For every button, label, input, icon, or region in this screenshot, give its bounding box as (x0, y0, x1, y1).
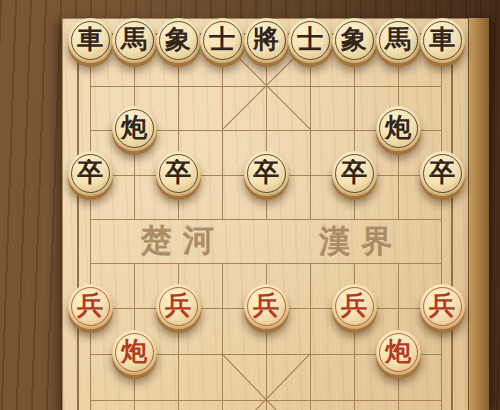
piece-black-elephant[interactable]: 象 (332, 18, 377, 63)
piece-black-advisor[interactable]: 士 (200, 18, 245, 63)
piece-black-soldier[interactable]: 卒 (244, 151, 289, 196)
board-side-edge (468, 18, 489, 410)
piece-red-soldier[interactable]: 兵 (244, 284, 289, 329)
board-point[interactable] (310, 219, 354, 263)
piece-black-soldier[interactable]: 卒 (156, 151, 201, 196)
piece-black-horse[interactable]: 馬 (112, 18, 157, 63)
board-point[interactable] (222, 400, 266, 410)
piece-red-soldier[interactable]: 兵 (332, 284, 377, 329)
board-point[interactable] (266, 219, 310, 263)
piece-black-soldier[interactable]: 卒 (68, 151, 113, 196)
board-point[interactable] (310, 354, 354, 400)
board-point[interactable] (310, 86, 354, 130)
piece-red-cannon[interactable]: 炮 (376, 330, 421, 375)
piece-black-elephant[interactable]: 象 (156, 18, 201, 63)
piece-red-soldier[interactable]: 兵 (420, 284, 465, 329)
xiangqi-app: 楚河 漢界 車馬象士將士象馬車炮炮卒卒卒卒卒兵兵兵兵兵炮炮 (0, 0, 500, 410)
piece-black-soldier[interactable]: 卒 (420, 151, 465, 196)
board-point[interactable] (90, 219, 134, 263)
board-point[interactable] (178, 400, 222, 410)
board-point[interactable] (266, 400, 310, 410)
piece-black-rook[interactable]: 車 (420, 18, 465, 63)
piece-red-soldier[interactable]: 兵 (68, 284, 113, 329)
board-point[interactable] (222, 219, 266, 263)
board-point[interactable] (222, 86, 266, 130)
board-point[interactable] (310, 400, 354, 410)
board-point[interactable] (134, 400, 178, 410)
board-point[interactable] (134, 219, 178, 263)
piece-red-cannon[interactable]: 炮 (112, 330, 157, 375)
piece-red-soldier[interactable]: 兵 (156, 284, 201, 329)
piece-black-advisor[interactable]: 士 (288, 18, 333, 63)
piece-black-horse[interactable]: 馬 (376, 18, 421, 63)
board-point[interactable] (354, 400, 398, 410)
board-point[interactable] (354, 219, 398, 263)
piece-black-general[interactable]: 將 (244, 18, 289, 63)
board-point[interactable] (398, 219, 442, 263)
board-point[interactable] (222, 354, 266, 400)
board-point[interactable] (178, 86, 222, 130)
board-point[interactable] (398, 400, 442, 410)
piece-black-cannon[interactable]: 炮 (112, 106, 157, 151)
board-point[interactable] (90, 400, 134, 410)
piece-black-cannon[interactable]: 炮 (376, 106, 421, 151)
board-point[interactable] (178, 354, 222, 400)
board-point[interactable] (178, 219, 222, 263)
board-point[interactable] (266, 354, 310, 400)
piece-black-soldier[interactable]: 卒 (332, 151, 377, 196)
board-point[interactable] (266, 86, 310, 130)
piece-black-rook[interactable]: 車 (68, 18, 113, 63)
